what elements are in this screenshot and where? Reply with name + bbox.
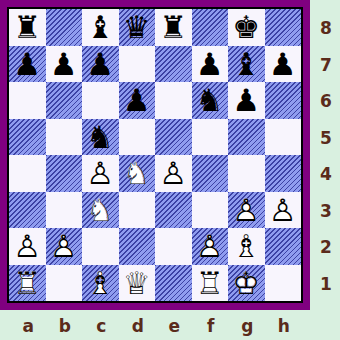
white-knight: ♞♘ <box>82 192 119 229</box>
square-c8[interactable]: ♝ <box>82 9 119 46</box>
black-piece-glyph: ♟ <box>82 46 119 83</box>
file-label-c: c <box>83 312 120 340</box>
square-b7[interactable]: ♟ <box>46 46 83 83</box>
square-e1[interactable] <box>155 265 192 302</box>
black-pawn: ♟ <box>9 46 46 83</box>
rank-label-8: 8 <box>312 10 340 47</box>
white-bishop: ♝♗ <box>228 228 265 265</box>
white-king: ♚♔ <box>228 265 265 302</box>
square-f6[interactable]: ♞ <box>192 82 229 119</box>
square-e6[interactable] <box>155 82 192 119</box>
black-piece-glyph: ♟ <box>9 46 46 83</box>
white-queen: ♛♕ <box>119 265 156 302</box>
white-pawn: ♟♙ <box>192 228 229 265</box>
square-c1[interactable]: ♝♗ <box>82 265 119 302</box>
square-g1[interactable]: ♚♔ <box>228 265 265 302</box>
white-pawn: ♟♙ <box>46 228 83 265</box>
square-e3[interactable] <box>155 192 192 229</box>
square-c7[interactable]: ♟ <box>82 46 119 83</box>
white-piece-outline: ♙ <box>192 228 229 265</box>
square-g5[interactable] <box>228 119 265 156</box>
white-rook: ♜♖ <box>192 265 229 302</box>
rank-label-1: 1 <box>312 266 340 303</box>
square-f1[interactable]: ♜♖ <box>192 265 229 302</box>
square-b8[interactable] <box>46 9 83 46</box>
black-knight: ♞ <box>82 119 119 156</box>
black-pawn: ♟ <box>82 46 119 83</box>
white-piece-outline: ♙ <box>46 228 83 265</box>
white-bishop: ♝♗ <box>82 265 119 302</box>
square-g8[interactable]: ♚ <box>228 9 265 46</box>
black-knight: ♞ <box>192 82 229 119</box>
white-knight: ♞♘ <box>119 155 156 192</box>
square-g7[interactable]: ♝ <box>228 46 265 83</box>
black-pawn: ♟ <box>265 46 302 83</box>
black-piece-glyph: ♚ <box>228 9 265 46</box>
white-piece-outline: ♖ <box>9 265 46 302</box>
square-h4[interactable] <box>265 155 302 192</box>
square-f7[interactable]: ♟ <box>192 46 229 83</box>
black-pawn: ♟ <box>192 46 229 83</box>
square-f8[interactable] <box>192 9 229 46</box>
file-label-d: d <box>120 312 157 340</box>
black-piece-glyph: ♜ <box>155 9 192 46</box>
square-h1[interactable] <box>265 265 302 302</box>
black-pawn: ♟ <box>228 82 265 119</box>
square-a2[interactable]: ♟♙ <box>9 228 46 265</box>
white-pawn: ♟♙ <box>228 192 265 229</box>
rank-label-4: 4 <box>312 156 340 193</box>
square-g2[interactable]: ♝♗ <box>228 228 265 265</box>
white-pawn: ♟♙ <box>9 228 46 265</box>
rank-labels: 87654321 <box>312 10 340 302</box>
square-d4[interactable]: ♞♘ <box>119 155 156 192</box>
square-d8[interactable]: ♛ <box>119 9 156 46</box>
square-a1[interactable]: ♜♖ <box>9 265 46 302</box>
square-a6[interactable] <box>9 82 46 119</box>
square-a4[interactable] <box>9 155 46 192</box>
square-b5[interactable] <box>46 119 83 156</box>
square-c5[interactable]: ♞ <box>82 119 119 156</box>
rank-label-2: 2 <box>312 229 340 266</box>
square-d5[interactable] <box>119 119 156 156</box>
white-piece-outline: ♙ <box>155 155 192 192</box>
black-piece-glyph: ♟ <box>119 82 156 119</box>
square-e8[interactable]: ♜ <box>155 9 192 46</box>
black-bishop: ♝ <box>82 9 119 46</box>
square-h2[interactable] <box>265 228 302 265</box>
square-g4[interactable] <box>228 155 265 192</box>
white-piece-outline: ♕ <box>119 265 156 302</box>
square-c2[interactable] <box>82 228 119 265</box>
board-frame: ♜♝♛♜♚♟♟♟♟♝♟♟♞♟♞♟♙♞♘♟♙♞♘♟♙♟♙♟♙♟♙♟♙♝♗♜♖♝♗♛… <box>0 0 310 310</box>
square-d2[interactable] <box>119 228 156 265</box>
rank-label-7: 7 <box>312 47 340 84</box>
chess-board: ♜♝♛♜♚♟♟♟♟♝♟♟♞♟♞♟♙♞♘♟♙♞♘♟♙♟♙♟♙♟♙♟♙♝♗♜♖♝♗♛… <box>9 9 301 301</box>
white-piece-outline: ♗ <box>82 265 119 302</box>
square-e2[interactable] <box>155 228 192 265</box>
white-piece-outline: ♙ <box>265 192 302 229</box>
square-f2[interactable]: ♟♙ <box>192 228 229 265</box>
square-f4[interactable] <box>192 155 229 192</box>
white-pawn: ♟♙ <box>82 155 119 192</box>
square-b1[interactable] <box>46 265 83 302</box>
board-inner-frame: ♜♝♛♜♚♟♟♟♟♝♟♟♞♟♞♟♙♞♘♟♙♞♘♟♙♟♙♟♙♟♙♟♙♝♗♜♖♝♗♛… <box>7 7 303 303</box>
square-a3[interactable] <box>9 192 46 229</box>
square-c6[interactable] <box>82 82 119 119</box>
black-piece-glyph: ♟ <box>46 46 83 83</box>
square-g6[interactable]: ♟ <box>228 82 265 119</box>
chess-diagram-page: { "game": "chess", "diagram_style": "sta… <box>0 0 340 340</box>
file-label-b: b <box>47 312 84 340</box>
square-a7[interactable]: ♟ <box>9 46 46 83</box>
white-piece-outline: ♙ <box>9 228 46 265</box>
square-e7[interactable] <box>155 46 192 83</box>
square-a8[interactable]: ♜ <box>9 9 46 46</box>
black-piece-glyph: ♟ <box>192 46 229 83</box>
black-piece-glyph: ♝ <box>82 9 119 46</box>
square-d3[interactable] <box>119 192 156 229</box>
square-e5[interactable] <box>155 119 192 156</box>
square-d7[interactable] <box>119 46 156 83</box>
square-h5[interactable] <box>265 119 302 156</box>
white-piece-outline: ♘ <box>82 192 119 229</box>
square-g3[interactable]: ♟♙ <box>228 192 265 229</box>
black-piece-glyph: ♟ <box>228 82 265 119</box>
square-d1[interactable]: ♛♕ <box>119 265 156 302</box>
white-rook: ♜♖ <box>9 265 46 302</box>
black-rook: ♜ <box>155 9 192 46</box>
square-h7[interactable]: ♟ <box>265 46 302 83</box>
black-queen: ♛ <box>119 9 156 46</box>
square-c3[interactable]: ♞♘ <box>82 192 119 229</box>
black-piece-glyph: ♟ <box>265 46 302 83</box>
file-label-g: g <box>229 312 266 340</box>
square-h8[interactable] <box>265 9 302 46</box>
rank-label-3: 3 <box>312 193 340 230</box>
white-piece-outline: ♖ <box>192 265 229 302</box>
black-piece-glyph: ♞ <box>192 82 229 119</box>
white-pawn: ♟♙ <box>265 192 302 229</box>
white-piece-outline: ♙ <box>82 155 119 192</box>
black-piece-glyph: ♜ <box>9 9 46 46</box>
square-e4[interactable]: ♟♙ <box>155 155 192 192</box>
square-b3[interactable] <box>46 192 83 229</box>
square-d6[interactable]: ♟ <box>119 82 156 119</box>
black-rook: ♜ <box>9 9 46 46</box>
square-b4[interactable] <box>46 155 83 192</box>
square-a5[interactable] <box>9 119 46 156</box>
white-piece-outline: ♔ <box>228 265 265 302</box>
black-pawn: ♟ <box>119 82 156 119</box>
square-h3[interactable]: ♟♙ <box>265 192 302 229</box>
square-b2[interactable]: ♟♙ <box>46 228 83 265</box>
black-pawn: ♟ <box>46 46 83 83</box>
white-piece-outline: ♗ <box>228 228 265 265</box>
file-label-a: a <box>10 312 47 340</box>
black-piece-glyph: ♝ <box>228 46 265 83</box>
white-piece-outline: ♘ <box>119 155 156 192</box>
rank-label-5: 5 <box>312 120 340 157</box>
file-label-e: e <box>156 312 193 340</box>
square-f5[interactable] <box>192 119 229 156</box>
square-h6[interactable] <box>265 82 302 119</box>
file-label-f: f <box>193 312 230 340</box>
file-labels: abcdefgh <box>10 312 302 340</box>
white-piece-outline: ♙ <box>228 192 265 229</box>
square-f3[interactable] <box>192 192 229 229</box>
square-c4[interactable]: ♟♙ <box>82 155 119 192</box>
black-king: ♚ <box>228 9 265 46</box>
white-pawn: ♟♙ <box>155 155 192 192</box>
black-piece-glyph: ♞ <box>82 119 119 156</box>
rank-label-6: 6 <box>312 83 340 120</box>
square-b6[interactable] <box>46 82 83 119</box>
file-label-h: h <box>266 312 303 340</box>
black-bishop: ♝ <box>228 46 265 83</box>
black-piece-glyph: ♛ <box>119 9 156 46</box>
